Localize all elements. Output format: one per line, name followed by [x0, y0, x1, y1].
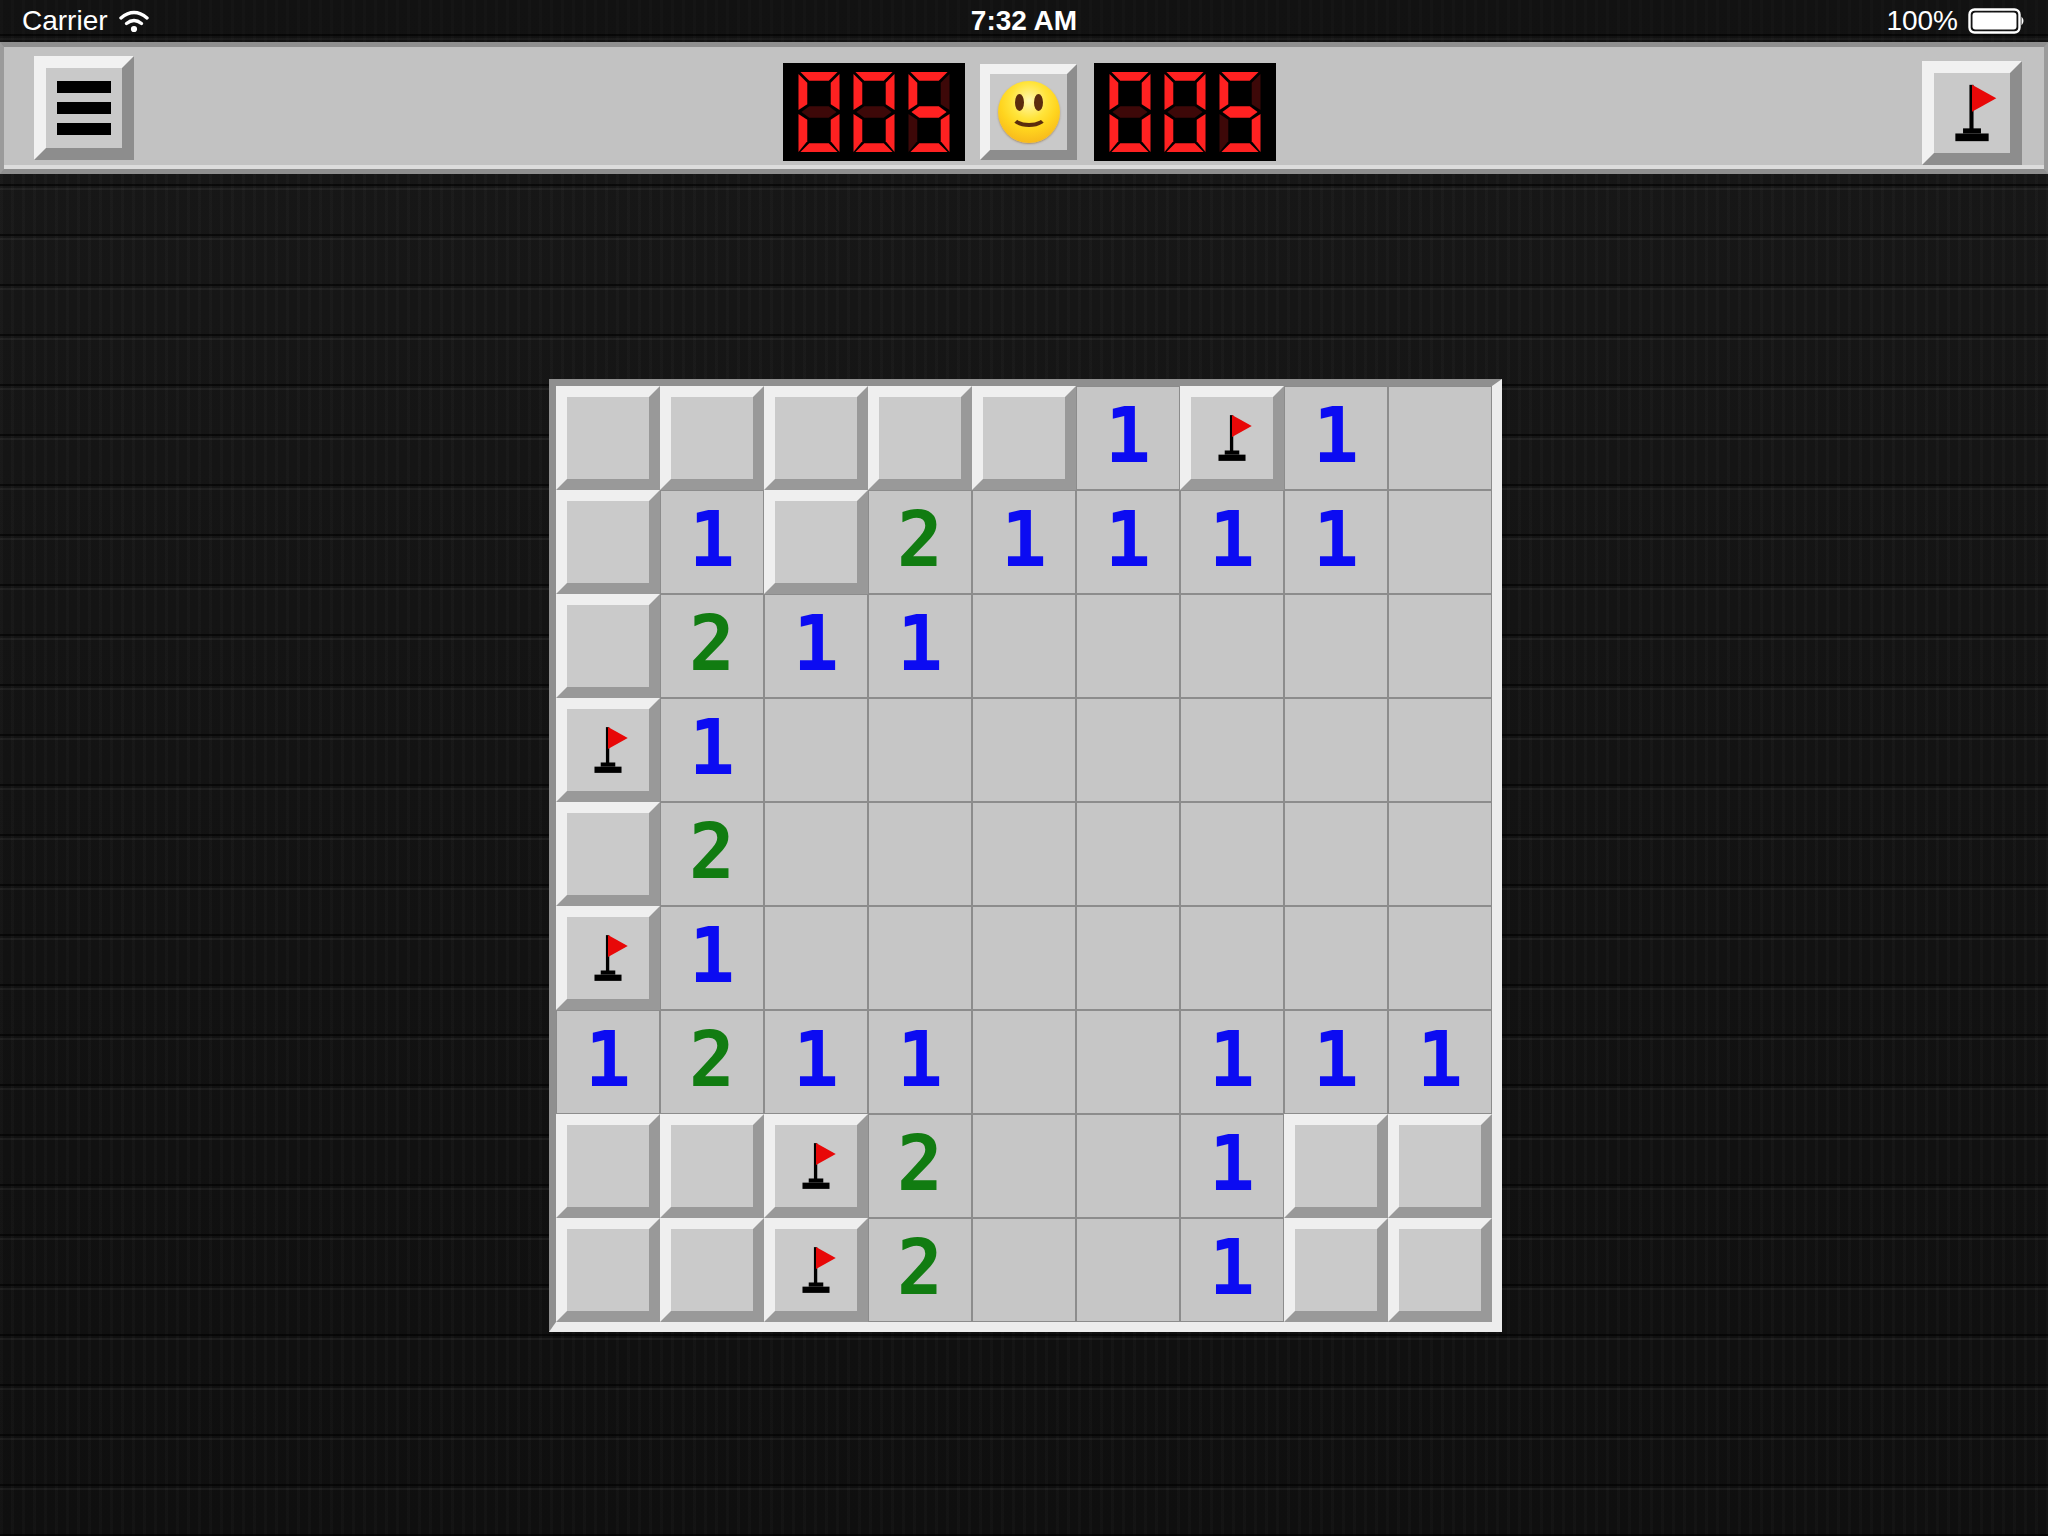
- cell-r7c8[interactable]: [1388, 1114, 1492, 1218]
- cell-r1c8[interactable]: [1388, 490, 1492, 594]
- cell-r8c7[interactable]: [1284, 1218, 1388, 1322]
- cell-r3c8[interactable]: [1388, 698, 1492, 802]
- cell-r3c2[interactable]: [764, 698, 868, 802]
- cell-r3c4[interactable]: [972, 698, 1076, 802]
- cell-r2c7[interactable]: [1284, 594, 1388, 698]
- cell-r0c7[interactable]: 1: [1284, 386, 1388, 490]
- cell-number: 1: [897, 1022, 943, 1098]
- cell-number: 1: [1105, 502, 1151, 578]
- cell-r5c2[interactable]: [764, 906, 868, 1010]
- cell-number: 1: [1209, 1022, 1255, 1098]
- wifi-icon: [118, 9, 150, 33]
- carrier-label: Carrier: [22, 5, 108, 37]
- cell-number: 2: [689, 606, 735, 682]
- cell-number: 1: [1105, 398, 1151, 474]
- cell-number: 1: [793, 1022, 839, 1098]
- cell-r4c2[interactable]: [764, 802, 868, 906]
- cell-r4c0[interactable]: [556, 802, 660, 906]
- led-digit: [848, 69, 900, 155]
- cell-r5c7[interactable]: [1284, 906, 1388, 1010]
- cell-r0c3[interactable]: [868, 386, 972, 490]
- cell-r8c5[interactable]: [1076, 1218, 1180, 1322]
- led-digit: [793, 69, 845, 155]
- cell-r6c2[interactable]: 1: [764, 1010, 868, 1114]
- cell-number: 1: [1001, 502, 1047, 578]
- cell-number: 2: [689, 1022, 735, 1098]
- flag-icon: [1943, 81, 2001, 145]
- cell-r8c3[interactable]: 2: [868, 1218, 972, 1322]
- cell-r5c3[interactable]: [868, 906, 972, 1010]
- red-flag-icon: [1943, 81, 2001, 145]
- flag-mode-button[interactable]: [1922, 61, 2022, 165]
- cell-r4c6[interactable]: [1180, 802, 1284, 906]
- cell-r0c0[interactable]: [556, 386, 660, 490]
- battery-full-icon: [1968, 8, 2026, 34]
- cell-number: 1: [1209, 1126, 1255, 1202]
- cell-r2c1[interactable]: 2: [660, 594, 764, 698]
- cell-r3c6[interactable]: [1180, 698, 1284, 802]
- clock: 7:32 AM: [0, 0, 2048, 42]
- cell-r3c5[interactable]: [1076, 698, 1180, 802]
- cell-r8c8[interactable]: [1388, 1218, 1492, 1322]
- cell-number: 1: [1417, 1022, 1463, 1098]
- cell-r6c6[interactable]: 1: [1180, 1010, 1284, 1114]
- cell-r6c5[interactable]: [1076, 1010, 1180, 1114]
- cell-r2c4[interactable]: [972, 594, 1076, 698]
- cell-number: 2: [897, 502, 943, 578]
- flag-icon: [793, 1244, 839, 1296]
- cell-number: 1: [585, 1022, 631, 1098]
- cell-r4c3[interactable]: [868, 802, 972, 906]
- cell-r1c4[interactable]: 1: [972, 490, 1076, 594]
- cell-number: 1: [793, 606, 839, 682]
- cell-r4c7[interactable]: [1284, 802, 1388, 906]
- battery-percent-label: 100%: [1886, 5, 1958, 37]
- cell-r3c7[interactable]: [1284, 698, 1388, 802]
- cell-number: 2: [897, 1230, 943, 1306]
- status-bar: Carrier 7:32 AM 100%: [0, 0, 2048, 42]
- menu-button[interactable]: [34, 56, 134, 160]
- cell-r4c5[interactable]: [1076, 802, 1180, 906]
- cell-r7c0[interactable]: [556, 1114, 660, 1218]
- cell-r6c8[interactable]: 1: [1388, 1010, 1492, 1114]
- cell-r1c7[interactable]: 1: [1284, 490, 1388, 594]
- cell-r6c1[interactable]: 2: [660, 1010, 764, 1114]
- cell-r5c8[interactable]: [1388, 906, 1492, 1010]
- cell-r7c6[interactable]: 1: [1180, 1114, 1284, 1218]
- cell-r1c1[interactable]: 1: [660, 490, 764, 594]
- cell-r0c2[interactable]: [764, 386, 868, 490]
- minesweeper-grid: 1112111121112112111112121: [556, 386, 1492, 1322]
- cell-r6c0[interactable]: 1: [556, 1010, 660, 1114]
- cell-number: 1: [1209, 502, 1255, 578]
- led-digit: [903, 69, 955, 155]
- cell-r5c0[interactable]: [556, 906, 660, 1010]
- cell-r5c4[interactable]: [972, 906, 1076, 1010]
- cell-r8c4[interactable]: [972, 1218, 1076, 1322]
- cell-r4c4[interactable]: [972, 802, 1076, 906]
- cell-r5c6[interactable]: [1180, 906, 1284, 1010]
- smiley-happy-icon: [998, 81, 1060, 143]
- cell-r7c1[interactable]: [660, 1114, 764, 1218]
- cell-r1c0[interactable]: [556, 490, 660, 594]
- cell-number: 1: [1313, 398, 1359, 474]
- cell-number: 1: [1313, 1022, 1359, 1098]
- cell-r8c1[interactable]: [660, 1218, 764, 1322]
- cell-r2c5[interactable]: [1076, 594, 1180, 698]
- cell-r8c6[interactable]: 1: [1180, 1218, 1284, 1322]
- flag-icon: [793, 1140, 839, 1192]
- cell-r2c8[interactable]: [1388, 594, 1492, 698]
- cell-r0c1[interactable]: [660, 386, 764, 490]
- minesweeper-board: 1112111121112112111112121: [549, 379, 1502, 1332]
- cell-number: 1: [689, 710, 735, 786]
- led-digit: [1214, 69, 1266, 155]
- cell-r2c0[interactable]: [556, 594, 660, 698]
- cell-r1c3[interactable]: 2: [868, 490, 972, 594]
- cell-r7c5[interactable]: [1076, 1114, 1180, 1218]
- flag-icon: [585, 724, 631, 776]
- cell-r6c4[interactable]: [972, 1010, 1076, 1114]
- cell-r7c3[interactable]: 2: [868, 1114, 972, 1218]
- flag-icon: [585, 932, 631, 984]
- cell-r2c6[interactable]: [1180, 594, 1284, 698]
- led-digit: [1104, 69, 1156, 155]
- cell-r4c8[interactable]: [1388, 802, 1492, 906]
- cell-r7c2[interactable]: [764, 1114, 868, 1218]
- flag-icon: [1209, 412, 1255, 464]
- cell-number: 1: [1209, 1230, 1255, 1306]
- cell-r6c3[interactable]: 1: [868, 1010, 972, 1114]
- cell-r5c5[interactable]: [1076, 906, 1180, 1010]
- cell-r0c6[interactable]: [1180, 386, 1284, 490]
- cell-number: 1: [689, 502, 735, 578]
- cell-number: 1: [1313, 502, 1359, 578]
- cell-number: 2: [897, 1126, 943, 1202]
- cell-r1c2[interactable]: [764, 490, 868, 594]
- cell-r0c4[interactable]: [972, 386, 1076, 490]
- cell-r2c3[interactable]: 1: [868, 594, 972, 698]
- cell-r7c7[interactable]: [1284, 1114, 1388, 1218]
- cell-r3c3[interactable]: [868, 698, 972, 802]
- cell-r1c5[interactable]: 1: [1076, 490, 1180, 594]
- cell-r3c1[interactable]: 1: [660, 698, 764, 802]
- led-digit: [1159, 69, 1211, 155]
- cell-r1c6[interactable]: 1: [1180, 490, 1284, 594]
- cell-r7c4[interactable]: [972, 1114, 1076, 1218]
- cell-r6c7[interactable]: 1: [1284, 1010, 1388, 1114]
- cell-r3c0[interactable]: [556, 698, 660, 802]
- cell-number: 1: [689, 918, 735, 994]
- cell-r8c2[interactable]: [764, 1218, 868, 1322]
- cell-r2c2[interactable]: 1: [764, 594, 868, 698]
- game-toolbar: [0, 42, 2048, 174]
- cell-r4c1[interactable]: 2: [660, 802, 764, 906]
- cell-r0c5[interactable]: 1: [1076, 386, 1180, 490]
- cell-number: 1: [897, 606, 943, 682]
- cell-r8c0[interactable]: [556, 1218, 660, 1322]
- mine-counter-display: [783, 63, 965, 161]
- timer-display: [1094, 63, 1276, 161]
- cell-r0c8[interactable]: [1388, 386, 1492, 490]
- cell-number: 2: [689, 814, 735, 890]
- smiley-button[interactable]: [980, 64, 1077, 160]
- hamburger-menu-icon: [57, 81, 111, 135]
- cell-r5c1[interactable]: 1: [660, 906, 764, 1010]
